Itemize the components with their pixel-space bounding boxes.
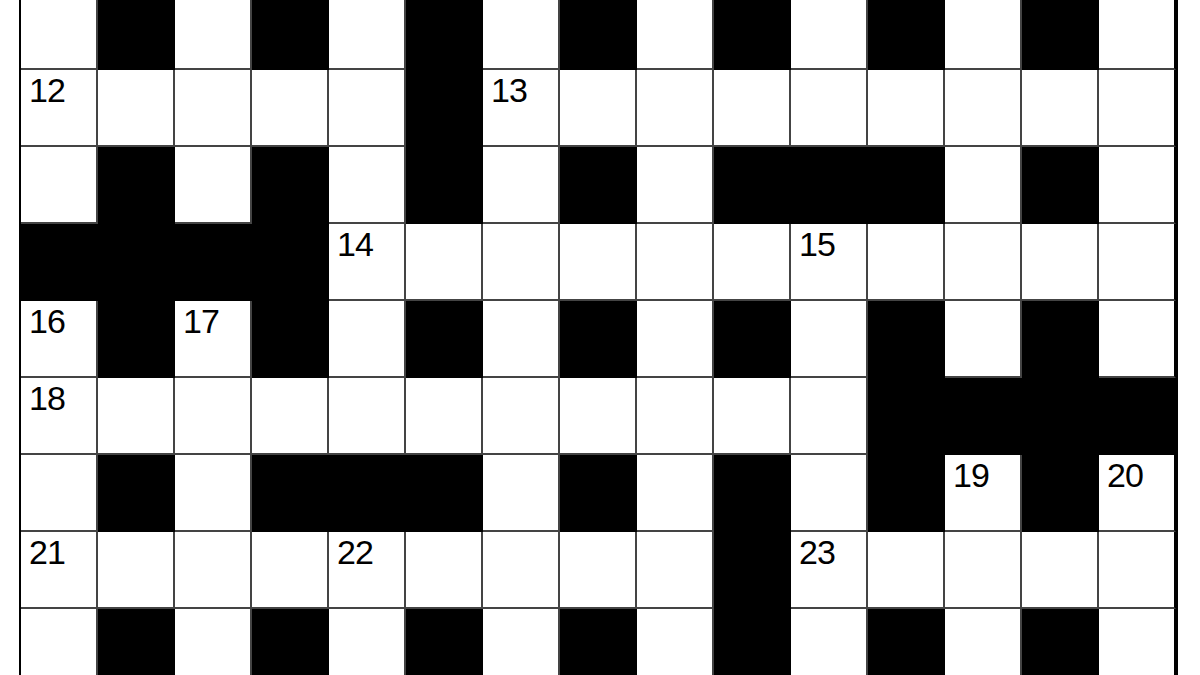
clue-number-15: 15 [799, 227, 835, 261]
black-cell-r3c4 [252, 147, 329, 224]
clue-number-19: 19 [953, 458, 989, 492]
white-cell-r8c4[interactable] [252, 532, 329, 609]
white-cell-r9c1[interactable] [21, 609, 98, 675]
crossword-page: 121314151617181920212223 [0, 0, 1200, 675]
black-cell-r7c14 [1022, 455, 1099, 532]
black-cell-r6c15 [1099, 378, 1176, 455]
white-cell-r9c7[interactable] [483, 609, 560, 675]
white-cell-r8c9[interactable] [637, 532, 714, 609]
black-cell-r3c14 [1022, 147, 1099, 224]
white-cell-r7c7[interactable] [483, 455, 560, 532]
crossword-grid: 121314151617181920212223 [19, 0, 1178, 675]
white-cell-r4c15[interactable] [1099, 224, 1176, 301]
white-cell-r2c11[interactable] [791, 70, 868, 147]
black-cell-r5c6 [406, 301, 483, 378]
white-cell-r4c12[interactable] [868, 224, 945, 301]
white-cell-r4c6[interactable] [406, 224, 483, 301]
black-cell-r3c8 [560, 147, 637, 224]
white-cell-r2c2[interactable] [98, 70, 175, 147]
clue-number-16: 16 [29, 304, 65, 338]
clue-number-13: 13 [491, 73, 527, 107]
black-cell-r3c2 [98, 147, 175, 224]
white-cell-r2c12[interactable] [868, 70, 945, 147]
black-cell-r1c6 [406, 0, 483, 70]
white-cell-r1c3[interactable] [175, 0, 252, 70]
white-cell-r4c10[interactable] [714, 224, 791, 301]
white-cell-r8c3[interactable] [175, 532, 252, 609]
white-cell-r3c13[interactable] [945, 147, 1022, 224]
white-cell-r5c11[interactable] [791, 301, 868, 378]
white-cell-r6c9[interactable] [637, 378, 714, 455]
white-cell-r1c7[interactable] [483, 0, 560, 70]
black-cell-r9c4 [252, 609, 329, 675]
white-cell-r6c5[interactable] [329, 378, 406, 455]
white-cell-r4c7[interactable] [483, 224, 560, 301]
black-cell-r7c6 [406, 455, 483, 532]
white-cell-r8c1[interactable]: 21 [21, 532, 98, 609]
white-cell-r3c9[interactable] [637, 147, 714, 224]
white-cell-r4c11[interactable]: 15 [791, 224, 868, 301]
white-cell-r2c10[interactable] [714, 70, 791, 147]
white-cell-r2c3[interactable] [175, 70, 252, 147]
white-cell-r6c3[interactable] [175, 378, 252, 455]
white-cell-r7c11[interactable] [791, 455, 868, 532]
black-cell-r9c14 [1022, 609, 1099, 675]
white-cell-r6c1[interactable]: 18 [21, 378, 98, 455]
black-cell-r1c8 [560, 0, 637, 70]
white-cell-r3c3[interactable] [175, 147, 252, 224]
black-cell-r5c12 [868, 301, 945, 378]
black-cell-r9c2 [98, 609, 175, 675]
black-cell-r2c6 [406, 70, 483, 147]
white-cell-r1c9[interactable] [637, 0, 714, 70]
white-cell-r3c7[interactable] [483, 147, 560, 224]
white-cell-r8c15[interactable] [1099, 532, 1176, 609]
black-cell-r1c10 [714, 0, 791, 70]
white-cell-r8c11[interactable]: 23 [791, 532, 868, 609]
black-cell-r3c11 [791, 147, 868, 224]
white-cell-r5c9[interactable] [637, 301, 714, 378]
clue-number-14: 14 [337, 227, 373, 261]
black-cell-r4c2 [98, 224, 175, 301]
black-cell-r5c4 [252, 301, 329, 378]
white-cell-r2c13[interactable] [945, 70, 1022, 147]
white-cell-r6c7[interactable] [483, 378, 560, 455]
white-cell-r5c7[interactable] [483, 301, 560, 378]
black-cell-r1c14 [1022, 0, 1099, 70]
white-cell-r2c8[interactable] [560, 70, 637, 147]
white-cell-r5c15[interactable] [1099, 301, 1176, 378]
white-cell-r8c14[interactable] [1022, 532, 1099, 609]
white-cell-r8c8[interactable] [560, 532, 637, 609]
white-cell-r6c8[interactable] [560, 378, 637, 455]
white-cell-r7c9[interactable] [637, 455, 714, 532]
black-cell-r5c10 [714, 301, 791, 378]
clue-number-21: 21 [29, 535, 65, 569]
black-cell-r4c4 [252, 224, 329, 301]
white-cell-r8c13[interactable] [945, 532, 1022, 609]
black-cell-r5c14 [1022, 301, 1099, 378]
black-cell-r5c8 [560, 301, 637, 378]
black-cell-r6c13 [945, 378, 1022, 455]
black-cell-r7c4 [252, 455, 329, 532]
white-cell-r8c6[interactable] [406, 532, 483, 609]
white-cell-r4c5[interactable]: 14 [329, 224, 406, 301]
clue-number-23: 23 [799, 535, 835, 569]
white-cell-r6c10[interactable] [714, 378, 791, 455]
white-cell-r3c5[interactable] [329, 147, 406, 224]
black-cell-r1c4 [252, 0, 329, 70]
white-cell-r5c13[interactable] [945, 301, 1022, 378]
white-cell-r2c9[interactable] [637, 70, 714, 147]
white-cell-r2c1[interactable]: 12 [21, 70, 98, 147]
white-cell-r6c11[interactable] [791, 378, 868, 455]
black-cell-r4c1 [21, 224, 98, 301]
black-cell-r9c6 [406, 609, 483, 675]
clue-number-12: 12 [29, 73, 65, 107]
white-cell-r9c3[interactable] [175, 609, 252, 675]
clue-number-20: 20 [1107, 458, 1143, 492]
white-cell-r2c15[interactable] [1099, 70, 1176, 147]
white-cell-r7c3[interactable] [175, 455, 252, 532]
white-cell-r7c13[interactable]: 19 [945, 455, 1022, 532]
clue-number-18: 18 [29, 381, 65, 415]
black-cell-r7c8 [560, 455, 637, 532]
black-cell-r4c3 [175, 224, 252, 301]
white-cell-r1c5[interactable] [329, 0, 406, 70]
black-cell-r3c6 [406, 147, 483, 224]
white-cell-r5c5[interactable] [329, 301, 406, 378]
black-cell-r3c12 [868, 147, 945, 224]
black-cell-r1c2 [98, 0, 175, 70]
white-cell-r8c5[interactable]: 22 [329, 532, 406, 609]
black-cell-r8c10 [714, 532, 791, 609]
white-cell-r2c7[interactable]: 13 [483, 70, 560, 147]
white-cell-r5c3[interactable]: 17 [175, 301, 252, 378]
white-cell-r9c11[interactable] [791, 609, 868, 675]
white-cell-r5c1[interactable]: 16 [21, 301, 98, 378]
white-cell-r3c1[interactable] [21, 147, 98, 224]
black-cell-r6c12 [868, 378, 945, 455]
white-cell-r4c13[interactable] [945, 224, 1022, 301]
white-cell-r9c15[interactable] [1099, 609, 1176, 675]
white-cell-r8c12[interactable] [868, 532, 945, 609]
white-cell-r2c14[interactable] [1022, 70, 1099, 147]
black-cell-r7c12 [868, 455, 945, 532]
black-cell-r9c8 [560, 609, 637, 675]
black-cell-r5c2 [98, 301, 175, 378]
white-cell-r6c2[interactable] [98, 378, 175, 455]
clue-number-22: 22 [337, 535, 373, 569]
black-cell-r6c14 [1022, 378, 1099, 455]
white-cell-r8c2[interactable] [98, 532, 175, 609]
white-cell-r9c5[interactable] [329, 609, 406, 675]
clue-number-17: 17 [183, 304, 219, 338]
white-cell-r9c13[interactable] [945, 609, 1022, 675]
white-cell-r2c5[interactable] [329, 70, 406, 147]
black-cell-r1c12 [868, 0, 945, 70]
black-cell-r7c10 [714, 455, 791, 532]
white-cell-r4c9[interactable] [637, 224, 714, 301]
white-cell-r1c1[interactable] [21, 0, 98, 70]
black-cell-r7c5 [329, 455, 406, 532]
black-cell-r9c12 [868, 609, 945, 675]
white-cell-r1c11[interactable] [791, 0, 868, 70]
black-cell-r7c2 [98, 455, 175, 532]
white-cell-r4c14[interactable] [1022, 224, 1099, 301]
white-cell-r6c6[interactable] [406, 378, 483, 455]
white-cell-r8c7[interactable] [483, 532, 560, 609]
white-cell-r1c15[interactable] [1099, 0, 1176, 70]
black-cell-r3c10 [714, 147, 791, 224]
white-cell-r2c4[interactable] [252, 70, 329, 147]
white-cell-r1c13[interactable] [945, 0, 1022, 70]
white-cell-r4c8[interactable] [560, 224, 637, 301]
white-cell-r9c9[interactable] [637, 609, 714, 675]
white-cell-r7c15[interactable]: 20 [1099, 455, 1176, 532]
white-cell-r3c15[interactable] [1099, 147, 1176, 224]
black-cell-r9c10 [714, 609, 791, 675]
white-cell-r6c4[interactable] [252, 378, 329, 455]
white-cell-r7c1[interactable] [21, 455, 98, 532]
